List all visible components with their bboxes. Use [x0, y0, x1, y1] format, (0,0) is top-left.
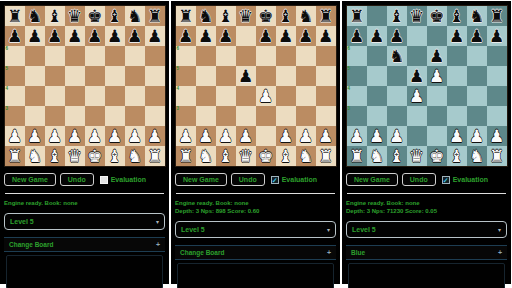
change-board-label: Change Board: [180, 249, 224, 256]
square-a5[interactable]: 5: [347, 66, 367, 86]
square-c7[interactable]: ♟: [387, 26, 407, 46]
black-king: ♚: [256, 6, 276, 26]
divider: [176, 193, 335, 194]
evaluation-checkbox[interactable]: [271, 176, 279, 184]
square-a7[interactable]: ♟: [176, 26, 196, 46]
square-h1[interactable]: ♜: [316, 146, 336, 166]
square-f7[interactable]: ♟: [447, 26, 467, 46]
square-g4[interactable]: [125, 86, 145, 106]
square-c6[interactable]: [216, 46, 236, 66]
level-value: Level 5: [181, 226, 205, 233]
black-bishop: ♝: [216, 6, 236, 26]
square-e4[interactable]: [85, 86, 105, 106]
controls: New Game Undo Evaluation Engine ready. B…: [342, 167, 511, 288]
square-e2[interactable]: [427, 126, 447, 146]
square-a1[interactable]: ♜: [5, 146, 25, 166]
square-b1[interactable]: ♞: [196, 146, 216, 166]
square-h2[interactable]: ♟: [145, 126, 165, 146]
black-pawn: ♟: [487, 26, 507, 46]
square-e3[interactable]: [85, 106, 105, 126]
square-g7[interactable]: ♟: [296, 26, 316, 46]
square-c1[interactable]: ♝: [387, 146, 407, 166]
white-king: ♚: [85, 146, 105, 166]
square-g5[interactable]: [296, 66, 316, 86]
square-e7[interactable]: ♟: [85, 26, 105, 46]
square-f3[interactable]: [105, 106, 125, 126]
screenshot-composite: ♜♞♝♛♚♝♞♜♟♟♟♟♟♟♟♟6543♟♟♟♟♟♟♟♟♜♞♝♛♚♝♞♜ New…: [0, 0, 512, 288]
chess-board[interactable]: ♜♞♝♛♚♝♞♜♟♟♟♟♟♟♟65♟4♟3♟♟♟♟♟♟♟♜♞♝♛♚♝♞♜: [175, 5, 337, 167]
white-pawn: ♟: [387, 126, 407, 146]
square-f3[interactable]: [447, 106, 467, 126]
square-f1[interactable]: ♝: [447, 146, 467, 166]
square-h2[interactable]: ♟: [487, 126, 507, 146]
square-c1[interactable]: ♝: [45, 146, 65, 166]
square-d1[interactable]: ♛: [236, 146, 256, 166]
black-bishop: ♝: [276, 6, 296, 26]
square-d4[interactable]: [236, 86, 256, 106]
square-h1[interactable]: ♜: [145, 146, 165, 166]
square-b8[interactable]: [367, 6, 387, 26]
square-d8[interactable]: ♛: [407, 6, 427, 26]
square-f4[interactable]: [105, 86, 125, 106]
square-g1[interactable]: ♞: [467, 146, 487, 166]
square-c3[interactable]: [216, 106, 236, 126]
square-d4[interactable]: [65, 86, 85, 106]
square-g4[interactable]: [296, 86, 316, 106]
black-pawn: ♟: [296, 26, 316, 46]
white-pawn: ♟: [487, 126, 507, 146]
square-a2[interactable]: ♟: [347, 126, 367, 146]
square-c2[interactable]: ♟: [216, 126, 236, 146]
white-rook: ♜: [5, 146, 25, 166]
square-g2[interactable]: ♟: [296, 126, 316, 146]
square-a8[interactable]: ♜: [347, 6, 367, 26]
undo-button[interactable]: Undo: [60, 173, 94, 186]
square-a3[interactable]: 3: [5, 106, 25, 126]
square-h4[interactable]: [487, 86, 507, 106]
square-b8[interactable]: ♞: [25, 6, 45, 26]
square-c5[interactable]: [45, 66, 65, 86]
black-bishop: ♝: [45, 6, 65, 26]
square-g8[interactable]: ♞: [296, 6, 316, 26]
square-b6[interactable]: [25, 46, 45, 66]
square-c3[interactable]: [45, 106, 65, 126]
square-f6[interactable]: [105, 46, 125, 66]
black-pawn: ♟: [5, 26, 25, 46]
change-board-bar[interactable]: Change Board +: [175, 245, 336, 260]
rank-label: 3: [6, 106, 9, 111]
square-c4[interactable]: [45, 86, 65, 106]
square-e6[interactable]: [256, 46, 276, 66]
white-rook: ♜: [176, 146, 196, 166]
black-pawn: ♟: [45, 26, 65, 46]
square-h3[interactable]: [487, 106, 507, 126]
square-h3[interactable]: [316, 106, 336, 126]
square-d6[interactable]: [407, 46, 427, 66]
square-e2[interactable]: ♟: [85, 126, 105, 146]
square-d5[interactable]: ♟: [236, 66, 256, 86]
square-a4[interactable]: 4: [5, 86, 25, 106]
square-b5[interactable]: [367, 66, 387, 86]
square-f8[interactable]: ♝: [276, 6, 296, 26]
square-e5[interactable]: ♟: [427, 66, 447, 86]
square-h5[interactable]: [145, 66, 165, 86]
square-b8[interactable]: ♞: [196, 6, 216, 26]
white-rook: ♜: [347, 146, 367, 166]
square-d6[interactable]: [236, 46, 256, 66]
square-g6[interactable]: [296, 46, 316, 66]
square-f5[interactable]: [447, 66, 467, 86]
square-d3[interactable]: [236, 106, 256, 126]
square-h6[interactable]: [145, 46, 165, 66]
white-bishop: ♝: [105, 146, 125, 166]
square-f7[interactable]: ♟: [276, 26, 296, 46]
square-c6[interactable]: ♞: [387, 46, 407, 66]
square-e4[interactable]: [427, 86, 447, 106]
undo-button[interactable]: Undo: [402, 173, 436, 186]
square-g1[interactable]: ♞: [125, 146, 145, 166]
engine-status: Engine ready. Book: none: [175, 199, 336, 207]
square-f8[interactable]: ♝: [447, 6, 467, 26]
square-f5[interactable]: [276, 66, 296, 86]
square-g4[interactable]: [467, 86, 487, 106]
square-d1[interactable]: ♛: [407, 146, 427, 166]
square-c2[interactable]: ♟: [45, 126, 65, 146]
black-king: ♚: [427, 6, 447, 26]
rank-label: 5: [6, 66, 9, 71]
engine-status: Engine ready. Book: none: [4, 199, 165, 207]
square-c1[interactable]: ♝: [216, 146, 236, 166]
square-d4[interactable]: ♟: [407, 86, 427, 106]
square-e7[interactable]: [427, 26, 447, 46]
square-b2[interactable]: ♟: [367, 126, 387, 146]
square-h6[interactable]: [316, 46, 336, 66]
white-queen: ♛: [236, 146, 256, 166]
square-a1[interactable]: ♜: [176, 146, 196, 166]
square-g1[interactable]: ♞: [296, 146, 316, 166]
square-d1[interactable]: ♛: [65, 146, 85, 166]
square-c5[interactable]: [387, 66, 407, 86]
square-c8[interactable]: ♝: [387, 6, 407, 26]
white-bishop: ♝: [45, 146, 65, 166]
black-queen: ♛: [65, 6, 85, 26]
white-pawn: ♟: [176, 126, 196, 146]
square-a8[interactable]: ♜: [5, 6, 25, 26]
square-d2[interactable]: ♟: [65, 126, 85, 146]
square-e3[interactable]: [256, 106, 276, 126]
white-pawn: ♟: [65, 126, 85, 146]
undo-button[interactable]: Undo: [231, 173, 265, 186]
move-list-area: [348, 263, 505, 288]
square-f1[interactable]: ♝: [276, 146, 296, 166]
rank-label: 5: [177, 66, 180, 71]
square-g8[interactable]: ♞: [467, 6, 487, 26]
square-d5[interactable]: ♟: [407, 66, 427, 86]
square-g2[interactable]: ♟: [467, 126, 487, 146]
white-pawn: ♟: [256, 86, 276, 106]
square-h3[interactable]: [145, 106, 165, 126]
rank-label: 5: [348, 66, 351, 71]
square-d8[interactable]: ♛: [65, 6, 85, 26]
square-b1[interactable]: ♞: [25, 146, 45, 166]
square-d2[interactable]: ♟: [236, 126, 256, 146]
change-board-bar[interactable]: Change Board +: [4, 237, 165, 252]
black-pawn: ♟: [256, 26, 276, 46]
square-f1[interactable]: ♝: [105, 146, 125, 166]
square-g6[interactable]: [125, 46, 145, 66]
square-f5[interactable]: [105, 66, 125, 86]
square-g5[interactable]: [467, 66, 487, 86]
level-spinner[interactable]: Level 5 ▾: [4, 213, 165, 230]
square-b4[interactable]: [25, 86, 45, 106]
black-pawn: ♟: [25, 26, 45, 46]
square-d2[interactable]: [407, 126, 427, 146]
square-c6[interactable]: [45, 46, 65, 66]
square-g3[interactable]: [125, 106, 145, 126]
square-h8[interactable]: ♜: [145, 6, 165, 26]
square-e5[interactable]: [85, 66, 105, 86]
square-a3[interactable]: 3: [176, 106, 196, 126]
move-list-area: [6, 255, 163, 288]
square-a4[interactable]: 4: [176, 86, 196, 106]
square-g3[interactable]: [467, 106, 487, 126]
square-d7[interactable]: [407, 26, 427, 46]
white-bishop: ♝: [447, 146, 467, 166]
chevron-down-icon: ▾: [498, 226, 501, 233]
square-a2[interactable]: ♟: [5, 126, 25, 146]
square-b3[interactable]: [196, 106, 216, 126]
engine-stats: Depth: 3 Nps: 898 Score: 0.60: [175, 207, 336, 215]
rank-label: 6: [177, 46, 180, 51]
square-h7[interactable]: ♟: [145, 26, 165, 46]
new-game-button[interactable]: New Game: [346, 173, 398, 186]
square-h5[interactable]: [487, 66, 507, 86]
square-b5[interactable]: [25, 66, 45, 86]
level-spinner[interactable]: Level 5 ▾: [175, 221, 336, 238]
square-f2[interactable]: ♟: [105, 126, 125, 146]
square-e5[interactable]: [256, 66, 276, 86]
square-h1[interactable]: ♜: [487, 146, 507, 166]
square-h2[interactable]: ♟: [316, 126, 336, 146]
square-e4[interactable]: ♟: [256, 86, 276, 106]
square-a1[interactable]: ♜: [347, 146, 367, 166]
square-g7[interactable]: ♟: [125, 26, 145, 46]
square-h7[interactable]: ♟: [316, 26, 336, 46]
square-d7[interactable]: ♟: [65, 26, 85, 46]
square-b5[interactable]: [196, 66, 216, 86]
square-f4[interactable]: [447, 86, 467, 106]
square-c4[interactable]: [216, 86, 236, 106]
black-knight: ♞: [25, 6, 45, 26]
black-pawn: ♟: [447, 26, 467, 46]
square-g2[interactable]: ♟: [125, 126, 145, 146]
rank-label: 4: [177, 86, 180, 91]
move-list-area: [177, 263, 334, 288]
controls: New Game Undo Evaluation Engine ready. B…: [171, 167, 340, 288]
new-game-button[interactable]: New Game: [4, 173, 56, 186]
board-color-bar[interactable]: Blue +: [346, 245, 507, 260]
square-b4[interactable]: [196, 86, 216, 106]
square-a4[interactable]: 4: [347, 86, 367, 106]
white-king: ♚: [256, 146, 276, 166]
square-g3[interactable]: [296, 106, 316, 126]
evaluation-checkbox[interactable]: [100, 176, 108, 184]
white-knight: ♞: [25, 146, 45, 166]
square-e6[interactable]: [85, 46, 105, 66]
rank-label: 6: [348, 46, 351, 51]
square-b7[interactable]: ♟: [367, 26, 387, 46]
square-e8[interactable]: ♚: [256, 6, 276, 26]
square-a3[interactable]: 3: [347, 106, 367, 126]
square-d5[interactable]: [65, 66, 85, 86]
square-h8[interactable]: ♜: [487, 6, 507, 26]
square-c2[interactable]: ♟: [387, 126, 407, 146]
square-a7[interactable]: ♟: [5, 26, 25, 46]
level-value: Level 5: [10, 218, 34, 225]
square-e1[interactable]: ♚: [427, 146, 447, 166]
square-b7[interactable]: ♟: [196, 26, 216, 46]
square-e1[interactable]: ♚: [256, 146, 276, 166]
white-bishop: ♝: [387, 146, 407, 166]
square-a5[interactable]: 5: [176, 66, 196, 86]
square-f8[interactable]: ♝: [105, 6, 125, 26]
divider: [5, 193, 164, 194]
square-e7[interactable]: ♟: [256, 26, 276, 46]
black-pawn: ♟: [467, 26, 487, 46]
chevron-down-icon: ▾: [327, 226, 330, 233]
black-pawn: ♟: [65, 26, 85, 46]
level-spinner[interactable]: Level 5 ▾: [346, 221, 507, 238]
white-pawn: ♟: [45, 126, 65, 146]
chess-board[interactable]: ♜♞♝♛♚♝♞♜♟♟♟♟♟♟♟♟6543♟♟♟♟♟♟♟♟♜♞♝♛♚♝♞♜: [4, 5, 166, 167]
square-a6[interactable]: 6: [5, 46, 25, 66]
black-rook: ♜: [176, 6, 196, 26]
square-c3[interactable]: [387, 106, 407, 126]
square-f4[interactable]: [276, 86, 296, 106]
square-b3[interactable]: [367, 106, 387, 126]
square-f3[interactable]: [276, 106, 296, 126]
square-e3[interactable]: [427, 106, 447, 126]
square-c7[interactable]: ♟: [45, 26, 65, 46]
black-king: ♚: [85, 6, 105, 26]
white-knight: ♞: [467, 146, 487, 166]
white-pawn: ♟: [196, 126, 216, 146]
expand-icon: +: [156, 241, 160, 248]
square-c8[interactable]: ♝: [216, 6, 236, 26]
black-rook: ♜: [316, 6, 336, 26]
black-rook: ♜: [487, 6, 507, 26]
square-a6[interactable]: 6: [347, 46, 367, 66]
white-pawn: ♟: [216, 126, 236, 146]
black-pawn: ♟: [196, 26, 216, 46]
square-d6[interactable]: [65, 46, 85, 66]
white-pawn: ♟: [467, 126, 487, 146]
panel-2: ♜♞♝♛♚♝♞♜♟♟♟♟♟♟♟65♟4♟3♟♟♟♟♟♟♟♜♞♝♛♚♝♞♜ New…: [171, 1, 340, 284]
square-g5[interactable]: [125, 66, 145, 86]
white-rook: ♜: [145, 146, 165, 166]
square-f2[interactable]: ♟: [447, 126, 467, 146]
square-c5[interactable]: [216, 66, 236, 86]
square-e8[interactable]: ♚: [427, 6, 447, 26]
square-c7[interactable]: ♟: [216, 26, 236, 46]
square-b7[interactable]: ♟: [25, 26, 45, 46]
square-f7[interactable]: ♟: [105, 26, 125, 46]
white-pawn: ♟: [105, 126, 125, 146]
new-game-button[interactable]: New Game: [175, 173, 227, 186]
square-b6[interactable]: [196, 46, 216, 66]
square-a7[interactable]: ♟: [347, 26, 367, 46]
white-queen: ♛: [407, 146, 427, 166]
black-pawn: ♟: [347, 26, 367, 46]
evaluation-checkbox[interactable]: [442, 176, 450, 184]
square-d3[interactable]: [65, 106, 85, 126]
square-h6[interactable]: [487, 46, 507, 66]
black-knight: ♞: [125, 6, 145, 26]
black-pawn: ♟: [316, 26, 336, 46]
chess-board[interactable]: ♜♝♛♚♝♞♜♟♟♟♟♟♟6♞♟5♟♟4♟3♟♟♟♟♟♟♜♞♝♛♚♝♞♜: [346, 5, 508, 167]
controls: New Game Undo Evaluation Engine ready. B…: [0, 167, 169, 288]
panel-1: ♜♞♝♛♚♝♞♜♟♟♟♟♟♟♟♟6543♟♟♟♟♟♟♟♟♜♞♝♛♚♝♞♜ New…: [0, 1, 169, 284]
panel-3: ♜♝♛♚♝♞♜♟♟♟♟♟♟6♞♟5♟♟4♟3♟♟♟♟♟♟♜♞♝♛♚♝♞♜ New…: [342, 1, 511, 284]
square-b6[interactable]: [367, 46, 387, 66]
square-d8[interactable]: ♛: [236, 6, 256, 26]
square-e6[interactable]: ♟: [427, 46, 447, 66]
black-knight: ♞: [467, 6, 487, 26]
square-b2[interactable]: ♟: [25, 126, 45, 146]
square-h4[interactable]: [316, 86, 336, 106]
square-c4[interactable]: [387, 86, 407, 106]
square-a8[interactable]: ♜: [176, 6, 196, 26]
square-b3[interactable]: [25, 106, 45, 126]
square-a6[interactable]: 6: [176, 46, 196, 66]
square-f2[interactable]: ♟: [276, 126, 296, 146]
square-h5[interactable]: [316, 66, 336, 86]
black-bishop: ♝: [387, 6, 407, 26]
black-pawn: ♟: [85, 26, 105, 46]
white-bishop: ♝: [216, 146, 236, 166]
square-a5[interactable]: 5: [5, 66, 25, 86]
black-bishop: ♝: [447, 6, 467, 26]
square-f6[interactable]: [447, 46, 467, 66]
black-pawn: ♟: [216, 26, 236, 46]
square-h4[interactable]: [145, 86, 165, 106]
square-f6[interactable]: [276, 46, 296, 66]
black-rook: ♜: [347, 6, 367, 26]
square-b1[interactable]: ♞: [367, 146, 387, 166]
square-g7[interactable]: ♟: [467, 26, 487, 46]
engine-stats: Depth: 3 Nps: 71230 Score: 0.05: [346, 207, 507, 215]
square-h8[interactable]: ♜: [316, 6, 336, 26]
chevron-down-icon: ▾: [156, 218, 159, 225]
square-h7[interactable]: ♟: [487, 26, 507, 46]
square-b4[interactable]: [367, 86, 387, 106]
square-e1[interactable]: ♚: [85, 146, 105, 166]
white-knight: ♞: [296, 146, 316, 166]
black-pawn: ♟: [387, 26, 407, 46]
square-g6[interactable]: [467, 46, 487, 66]
evaluation-label: Evaluation: [111, 176, 146, 183]
square-d3[interactable]: [407, 106, 427, 126]
square-e2[interactable]: [256, 126, 276, 146]
black-pawn: ♟: [125, 26, 145, 46]
square-b2[interactable]: ♟: [196, 126, 216, 146]
square-e8[interactable]: ♚: [85, 6, 105, 26]
square-a2[interactable]: ♟: [176, 126, 196, 146]
square-g8[interactable]: ♞: [125, 6, 145, 26]
square-c8[interactable]: ♝: [45, 6, 65, 26]
square-d7[interactable]: [236, 26, 256, 46]
board-color-label: Blue: [351, 249, 365, 256]
